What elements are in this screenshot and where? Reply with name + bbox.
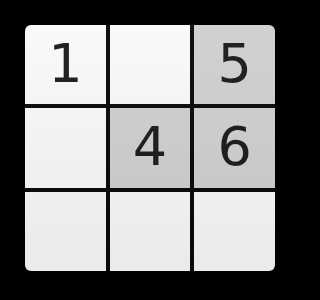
sudoku-board: 1546	[25, 25, 275, 271]
cell-digit: 4	[133, 120, 167, 174]
cell-r0c2[interactable]: 5	[194, 25, 275, 104]
cell-digit: 6	[217, 120, 251, 174]
cell-r2c2[interactable]	[194, 192, 275, 271]
cell-r0c0[interactable]: 1	[25, 25, 106, 104]
cell-r2c0[interactable]	[25, 192, 106, 271]
cell-r0c1[interactable]	[110, 25, 191, 104]
cell-digit: 1	[48, 37, 82, 91]
cell-r1c2[interactable]: 6	[194, 108, 275, 187]
cell-r1c1[interactable]: 4	[110, 108, 191, 187]
cell-r1c0[interactable]	[25, 108, 106, 187]
cell-digit: 5	[217, 37, 251, 91]
cell-r2c1[interactable]	[110, 192, 191, 271]
